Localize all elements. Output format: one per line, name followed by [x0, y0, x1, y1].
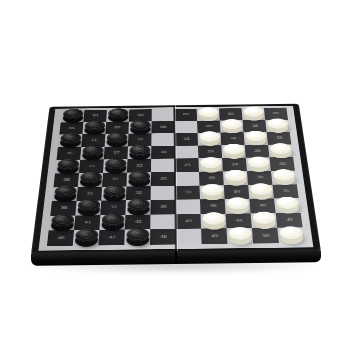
product-photo-scene: 0102030405060708091011121314151617181920… [0, 0, 350, 350]
square-number: 04 [228, 113, 234, 116]
square-number: 39 [210, 205, 216, 209]
board-square[interactable] [152, 109, 175, 121]
black-piece[interactable] [103, 185, 125, 197]
checkers-board: 0102030405060708091011121314151617181920… [0, 0, 350, 350]
white-piece[interactable] [269, 143, 291, 154]
board-square[interactable] [225, 199, 251, 214]
board-top-surface: 0102030405060708091011121314151617181920… [31, 104, 321, 255]
red-stamp-bottom-right: ·· [304, 225, 309, 227]
black-piece[interactable] [80, 172, 102, 184]
square-number: 25 [279, 162, 285, 165]
board-square[interactable] [246, 158, 271, 172]
black-piece[interactable] [57, 159, 79, 170]
board-square[interactable]: 18 [151, 146, 175, 159]
board-square[interactable] [101, 186, 126, 200]
illegible-print-left-edge: ········· [45, 202, 50, 208]
white-piece[interactable] [223, 144, 245, 155]
board-square[interactable] [198, 133, 222, 146]
board-square[interactable] [103, 159, 127, 173]
white-piece[interactable] [199, 131, 220, 142]
black-piece[interactable] [75, 229, 99, 242]
board-square[interactable] [125, 200, 150, 215]
square-number: 42 [135, 220, 141, 224]
black-piece[interactable] [60, 133, 81, 144]
square-number: 21 [88, 165, 94, 168]
square-number: 06 [68, 127, 74, 130]
board-square[interactable] [58, 134, 82, 147]
white-piece[interactable] [249, 183, 272, 195]
white-piece[interactable] [200, 157, 222, 168]
square-number: 44 [235, 219, 242, 223]
square-number: 34 [233, 190, 239, 194]
board-square[interactable] [174, 121, 197, 134]
black-piece[interactable] [77, 199, 100, 211]
square-number: 29 [208, 177, 214, 181]
board-square[interactable] [199, 185, 224, 199]
board-square[interactable]: 03 [174, 109, 197, 121]
board-square[interactable] [106, 110, 129, 122]
board-square[interactable] [151, 159, 175, 173]
square-number: 26 [63, 178, 69, 182]
square-number: 17 [113, 151, 119, 154]
board-square[interactable] [268, 144, 293, 157]
board-square[interactable] [128, 121, 151, 134]
board-square[interactable] [49, 215, 76, 230]
board-square[interactable] [251, 213, 278, 228]
black-piece[interactable] [84, 121, 105, 131]
board-square[interactable] [201, 214, 227, 229]
board-square[interactable] [223, 171, 248, 185]
black-piece[interactable] [127, 199, 149, 211]
board-square[interactable] [175, 199, 200, 214]
square-number: 38 [160, 205, 166, 209]
square-number: 31 [86, 192, 92, 196]
square-number: 08 [160, 126, 166, 129]
black-piece[interactable] [101, 213, 124, 226]
board-square[interactable] [244, 132, 268, 145]
board-square[interactable]: 48 [150, 229, 176, 245]
white-piece[interactable] [226, 197, 249, 209]
square-number: 03 [183, 113, 189, 116]
board-square[interactable]: 49 [201, 228, 227, 244]
square-number: 05 [273, 112, 279, 115]
square-number: 47 [108, 235, 115, 239]
black-piece[interactable] [62, 109, 83, 119]
board-square[interactable] [274, 198, 301, 213]
square-number: 27 [112, 178, 118, 182]
board-square[interactable] [151, 186, 176, 200]
board-square[interactable] [197, 108, 220, 120]
square-number: 22 [136, 164, 142, 167]
square-number: 50 [262, 234, 269, 238]
square-number: 30 [256, 176, 262, 180]
square-number: 28 [160, 177, 166, 181]
white-piece[interactable] [198, 107, 218, 117]
board-square[interactable]: 23 [175, 158, 199, 172]
board-square[interactable]: 50 [252, 228, 279, 244]
black-piece[interactable] [54, 186, 77, 198]
square-number: 20 [254, 150, 260, 153]
square-number: 40 [259, 204, 266, 208]
square-number: 07 [114, 126, 120, 129]
square-number: 23 [184, 163, 190, 166]
square-number: 12 [137, 138, 143, 141]
board-square[interactable] [80, 147, 104, 160]
square-number: 01 [92, 114, 98, 117]
black-piece[interactable] [105, 158, 127, 169]
black-piece[interactable] [129, 145, 150, 156]
white-piece[interactable] [275, 197, 298, 209]
square-number: 14 [230, 137, 236, 140]
board-square[interactable]: 47 [98, 230, 124, 246]
white-piece[interactable] [243, 107, 264, 117]
board-square[interactable] [175, 172, 199, 186]
black-piece[interactable] [130, 120, 150, 130]
board-square[interactable] [241, 108, 265, 120]
square-number: 24 [231, 163, 237, 166]
board-square[interactable] [220, 120, 244, 133]
square-number: 36 [60, 206, 67, 210]
board-square[interactable] [82, 122, 106, 135]
white-piece[interactable] [224, 170, 246, 182]
board-square[interactable] [265, 120, 289, 133]
square-number: 19 [207, 150, 213, 153]
square-number: 43 [185, 220, 191, 224]
board-square[interactable] [221, 145, 245, 158]
black-piece[interactable] [82, 145, 104, 156]
board-square[interactable]: 38 [150, 200, 175, 215]
black-piece[interactable] [128, 171, 150, 183]
board-square[interactable] [126, 172, 151, 186]
board-drop-shadow [24, 260, 326, 274]
square-number: 15 [276, 137, 282, 140]
square-number: 10 [252, 124, 258, 127]
white-piece[interactable] [221, 119, 242, 129]
white-piece[interactable] [279, 226, 303, 239]
board-square[interactable] [61, 110, 85, 122]
board-square[interactable] [55, 160, 80, 174]
board-square[interactable] [198, 158, 222, 172]
black-piece[interactable] [126, 228, 149, 241]
board-square[interactable] [277, 228, 304, 244]
board-square[interactable] [150, 214, 175, 229]
white-piece[interactable] [247, 156, 269, 167]
board-square[interactable] [78, 173, 103, 187]
board-square[interactable] [151, 133, 174, 146]
square-number: 45 [286, 218, 293, 222]
square-number: 02 [138, 114, 144, 117]
board-square[interactable] [175, 145, 199, 158]
board-square[interactable] [75, 201, 101, 216]
red-stamp-top-left: ·· [55, 122, 60, 123]
board-square[interactable] [99, 215, 125, 230]
board-square[interactable]: 08 [151, 121, 174, 134]
square-number: 18 [160, 151, 166, 154]
board-square[interactable] [105, 134, 129, 147]
square-number: 33 [184, 191, 190, 195]
white-piece[interactable] [272, 169, 295, 181]
square-number: 49 [211, 234, 218, 238]
board-square[interactable] [73, 230, 100, 246]
white-piece[interactable] [252, 212, 275, 225]
board-square[interactable]: 28 [151, 172, 175, 186]
board-square[interactable]: 46 [47, 230, 74, 246]
board-square[interactable] [124, 229, 150, 245]
board-square[interactable]: 43 [175, 214, 201, 229]
board-square[interactable] [52, 187, 78, 201]
square-number: 35 [282, 189, 289, 193]
square-number: 41 [84, 221, 91, 225]
black-piece[interactable] [108, 108, 128, 118]
white-piece[interactable] [202, 212, 225, 225]
board-square[interactable]: 33 [175, 185, 200, 199]
illegible-print-right-edge: ········· [289, 113, 293, 118]
square-number: 32 [135, 191, 141, 195]
square-number: 48 [160, 235, 166, 239]
white-piece[interactable] [228, 227, 252, 240]
board-square[interactable] [176, 229, 202, 245]
white-piece[interactable] [245, 131, 266, 142]
black-piece[interactable] [51, 214, 74, 227]
board-square[interactable] [226, 228, 253, 244]
white-piece[interactable] [201, 184, 223, 196]
square-number: 09 [206, 125, 212, 128]
square-number: 37 [110, 206, 116, 210]
square-number: 16 [66, 152, 72, 155]
square-number: 11 [90, 139, 96, 142]
square-number: 46 [57, 236, 64, 240]
white-piece[interactable] [266, 118, 287, 128]
black-piece[interactable] [106, 133, 127, 144]
board-square[interactable]: 13 [174, 133, 197, 146]
board-square[interactable] [127, 146, 151, 159]
board-square[interactable] [248, 184, 274, 198]
square-number: 13 [183, 138, 189, 141]
board-square[interactable] [271, 171, 297, 185]
